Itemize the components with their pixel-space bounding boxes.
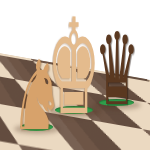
black-queen-piece: ♛ — [87, 20, 147, 120]
chess-photo-scene: ♚ ♞ ♛ — [0, 0, 150, 150]
white-knight-piece: ♞ — [0, 48, 74, 144]
